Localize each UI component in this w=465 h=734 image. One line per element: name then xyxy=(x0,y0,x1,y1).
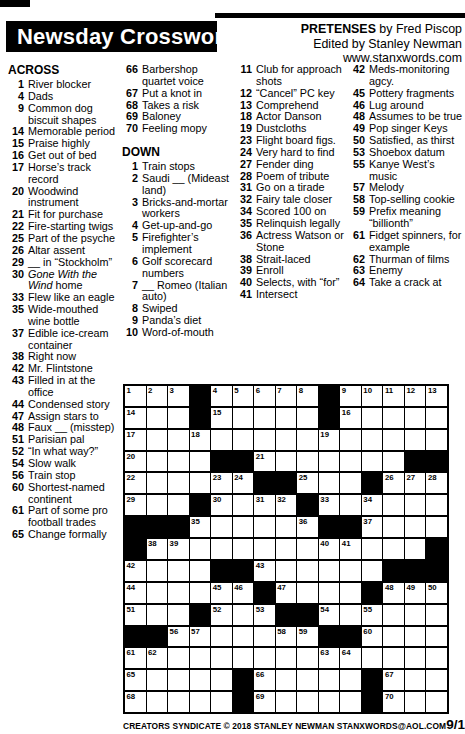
grid-cell[interactable] xyxy=(340,692,361,712)
grid-cell[interactable] xyxy=(383,539,404,559)
grid-cell[interactable]: 54 xyxy=(319,605,340,625)
clue-number: 5 xyxy=(122,232,138,256)
grid-cell[interactable]: 20 xyxy=(125,452,146,472)
grid-cell[interactable]: 63 xyxy=(319,648,340,668)
grid-cell[interactable]: 3 xyxy=(168,386,189,406)
grid-cell[interactable]: 12 xyxy=(405,386,426,406)
grid-cell[interactable]: 46 xyxy=(233,583,254,603)
clue-number: 20 xyxy=(8,186,24,210)
grid-cell[interactable]: 32 xyxy=(276,495,297,515)
grid-cell[interactable]: 28 xyxy=(426,473,447,493)
grid-cell[interactable] xyxy=(168,605,189,625)
clue-column-1: ACROSS1River blocker4Dads9Common dog bis… xyxy=(8,64,120,541)
grid-cell[interactable] xyxy=(190,648,211,668)
grid-cell[interactable]: 8 xyxy=(297,386,318,406)
grid-cell[interactable] xyxy=(168,561,189,581)
black-cell xyxy=(340,517,361,537)
grid-cell[interactable]: 40 xyxy=(319,539,340,559)
clue-number: 55 xyxy=(349,159,365,183)
grid-cell[interactable] xyxy=(147,692,168,712)
black-cell xyxy=(405,561,426,581)
cell-number: 32 xyxy=(277,495,286,504)
black-cell xyxy=(254,473,275,493)
grid-cell[interactable] xyxy=(233,430,254,450)
grid-cell[interactable]: 60 xyxy=(362,627,383,647)
grid-cell[interactable]: 2 xyxy=(147,386,168,406)
grid-cell[interactable] xyxy=(276,452,297,472)
grid-cell[interactable]: 45 xyxy=(211,583,232,603)
grid-cell[interactable] xyxy=(426,517,447,537)
grid-cell[interactable]: 26 xyxy=(383,473,404,493)
cell-number: 15 xyxy=(213,408,222,417)
black-cell xyxy=(340,627,361,647)
grid-cell[interactable] xyxy=(426,648,447,668)
grid-cell[interactable]: 22 xyxy=(125,473,146,493)
clue-item: 7__ Romeo (Italian auto) xyxy=(122,280,232,304)
grid-cell[interactable] xyxy=(405,517,426,537)
grid-cell[interactable] xyxy=(147,605,168,625)
grid-cell[interactable] xyxy=(276,539,297,559)
grid-cell[interactable]: 50 xyxy=(426,583,447,603)
grid-cell[interactable] xyxy=(254,517,275,537)
black-cell xyxy=(254,583,275,603)
grid-cell[interactable] xyxy=(276,648,297,668)
grid-cell[interactable] xyxy=(276,430,297,450)
grid-cell[interactable] xyxy=(426,605,447,625)
grid-cell[interactable]: 4 xyxy=(211,386,232,406)
clue-number: 42 xyxy=(349,64,365,88)
grid-cell[interactable]: 30 xyxy=(211,495,232,515)
grid-cell[interactable]: 14 xyxy=(125,408,146,428)
cell-number: 22 xyxy=(127,473,136,482)
cell-number: 30 xyxy=(213,495,222,504)
clue-item: 66Barbershop quartet voice xyxy=(122,64,232,88)
grid-cell[interactable]: 39 xyxy=(168,539,189,559)
clue-number: 17 xyxy=(8,162,24,186)
grid-cell[interactable] xyxy=(211,648,232,668)
grid-cell[interactable] xyxy=(297,670,318,690)
clue-number: 9 xyxy=(8,103,24,127)
cell-number: 69 xyxy=(256,692,265,701)
puzzle-title-line: PRETENSES by Fred Piscop xyxy=(301,22,462,37)
grid-cell[interactable]: 25 xyxy=(297,473,318,493)
grid-cell[interactable] xyxy=(168,495,189,515)
grid-cell[interactable] xyxy=(405,430,426,450)
grid-cell[interactable]: 10 xyxy=(362,386,383,406)
grid-cell[interactable]: 1 xyxy=(125,386,146,406)
grid-cell[interactable]: 65 xyxy=(125,670,146,690)
clue-item: 61Fidget spinners, for example xyxy=(349,230,463,254)
black-cell xyxy=(362,473,383,493)
grid-cell[interactable]: 48 xyxy=(383,583,404,603)
grid-cell[interactable] xyxy=(211,670,232,690)
grid-cell[interactable]: 57 xyxy=(190,627,211,647)
grid-cell[interactable] xyxy=(340,495,361,515)
grid-cell[interactable]: 66 xyxy=(254,670,275,690)
grid-cell[interactable] xyxy=(383,408,404,428)
grid-cell[interactable] xyxy=(211,517,232,537)
grid-cell[interactable] xyxy=(168,648,189,668)
grid-cell[interactable]: 61 xyxy=(125,648,146,668)
grid-cell[interactable] xyxy=(362,408,383,428)
clue-item: 37Edible ice-cream container xyxy=(8,328,120,352)
grid-cell[interactable] xyxy=(147,670,168,690)
grid-cell[interactable] xyxy=(383,605,404,625)
clue-number: 60 xyxy=(8,482,24,506)
black-cell xyxy=(383,561,404,581)
grid-cell[interactable]: 67 xyxy=(383,670,404,690)
grid-cell[interactable]: 17 xyxy=(125,430,146,450)
clue-item: 70Feeling mopy xyxy=(122,123,232,135)
grid-cell[interactable] xyxy=(297,408,318,428)
grid-cell[interactable]: 56 xyxy=(168,627,189,647)
grid-cell[interactable] xyxy=(297,452,318,472)
grid-cell[interactable] xyxy=(190,561,211,581)
grid-cell[interactable] xyxy=(168,473,189,493)
grid-cell[interactable]: 19 xyxy=(319,430,340,450)
grid-cell[interactable] xyxy=(168,408,189,428)
grid-cell[interactable]: 11 xyxy=(383,386,404,406)
grid-cell[interactable] xyxy=(405,495,426,515)
black-cell xyxy=(362,692,383,712)
clue-text: __ Romeo (Italian auto) xyxy=(142,280,232,304)
clue-item: 35Wide-mouthed wine bottle xyxy=(8,304,120,328)
grid-cell[interactable] xyxy=(297,539,318,559)
grid-cell[interactable] xyxy=(147,408,168,428)
grid-cell[interactable] xyxy=(147,561,168,581)
grid-cell[interactable] xyxy=(340,561,361,581)
grid-cell[interactable] xyxy=(426,627,447,647)
grid-cell[interactable] xyxy=(254,648,275,668)
clue-text: Actress Watson or Stone xyxy=(256,230,347,254)
grid-cell[interactable]: 23 xyxy=(211,473,232,493)
grid-cell[interactable] xyxy=(254,627,275,647)
grid-cell[interactable] xyxy=(319,473,340,493)
grid-cell[interactable] xyxy=(190,692,211,712)
cell-number: 11 xyxy=(385,386,393,395)
grid-cell[interactable] xyxy=(147,473,168,493)
grid-cell[interactable] xyxy=(190,452,211,472)
cell-number: 62 xyxy=(148,648,157,657)
black-cell xyxy=(362,670,383,690)
clue-number: 10 xyxy=(122,327,138,339)
grid-cell[interactable]: 47 xyxy=(276,583,297,603)
grid-cell[interactable] xyxy=(211,627,232,647)
grid-cell[interactable] xyxy=(297,648,318,668)
grid-cell[interactable]: 9 xyxy=(340,386,361,406)
grid-cell[interactable]: 18 xyxy=(190,430,211,450)
grid-cell[interactable] xyxy=(297,561,318,581)
grid-cell[interactable]: 37 xyxy=(362,517,383,537)
clue-number: 44 xyxy=(8,399,24,411)
cell-number: 51 xyxy=(127,605,136,614)
grid-cell[interactable] xyxy=(340,605,361,625)
grid-cell[interactable]: 69 xyxy=(254,692,275,712)
grid-cell[interactable] xyxy=(405,692,426,712)
grid-cell[interactable]: 24 xyxy=(233,473,254,493)
cell-number: 50 xyxy=(428,583,437,592)
grid-cell[interactable] xyxy=(405,539,426,559)
grid-cell[interactable] xyxy=(383,648,404,668)
black-cell xyxy=(147,627,168,647)
grid-cell[interactable] xyxy=(426,408,447,428)
grid-cell[interactable] xyxy=(190,670,211,690)
clue-text: Intersect xyxy=(256,289,347,301)
grid-cell[interactable]: 44 xyxy=(125,583,146,603)
cell-number: 61 xyxy=(127,648,136,657)
cell-number: 5 xyxy=(234,386,238,395)
grid-cell[interactable] xyxy=(362,648,383,668)
grid-cell[interactable]: 33 xyxy=(319,495,340,515)
grid-cell[interactable] xyxy=(211,692,232,712)
cell-number: 70 xyxy=(385,692,394,701)
grid-cell[interactable] xyxy=(168,670,189,690)
grid-cell[interactable]: 55 xyxy=(362,605,383,625)
cell-number: 8 xyxy=(299,386,303,395)
masthead: Newsday Crossword xyxy=(6,21,217,52)
grid-cell[interactable] xyxy=(297,692,318,712)
grid-cell[interactable]: 58 xyxy=(276,627,297,647)
grid-cell[interactable] xyxy=(319,561,340,581)
clue-item: 60Shortest-named continent xyxy=(8,482,120,506)
grid-cell[interactable] xyxy=(211,430,232,450)
grid-cell[interactable] xyxy=(233,648,254,668)
cell-number: 42 xyxy=(127,561,136,570)
grid-cell[interactable]: 53 xyxy=(254,605,275,625)
grid-cell[interactable] xyxy=(340,670,361,690)
clue-item: 42Meds-monitoring agcy. xyxy=(349,64,463,88)
grid-cell[interactable] xyxy=(383,430,404,450)
clue-number: 70 xyxy=(122,123,138,135)
puzzle-editor: Edited by Stanley Newman xyxy=(301,37,462,52)
black-cell xyxy=(125,627,146,647)
cell-number: 14 xyxy=(127,408,136,417)
grid-cell[interactable] xyxy=(254,430,275,450)
grid-cell[interactable] xyxy=(362,539,383,559)
clue-number: 67 xyxy=(122,88,138,100)
grid-cell[interactable]: 31 xyxy=(254,495,275,515)
grid-cell[interactable] xyxy=(340,583,361,603)
grid-cell[interactable] xyxy=(405,408,426,428)
black-cell xyxy=(190,605,211,625)
grid-cell[interactable] xyxy=(211,539,232,559)
cell-number: 13 xyxy=(428,386,437,395)
grid-cell[interactable] xyxy=(383,517,404,537)
clue-text: Change formally xyxy=(28,529,120,541)
clue-number: 11 xyxy=(236,64,252,88)
grid-cell[interactable] xyxy=(405,605,426,625)
clue-number: 6 xyxy=(122,256,138,280)
cell-number: 45 xyxy=(213,583,222,592)
clue-item: 10Word-of-mouth xyxy=(122,327,232,339)
grid-cell[interactable] xyxy=(147,430,168,450)
grid-cell[interactable] xyxy=(233,408,254,428)
grid-cell[interactable] xyxy=(190,539,211,559)
cell-number: 56 xyxy=(170,627,179,636)
grid-cell[interactable] xyxy=(383,627,404,647)
grid-cell[interactable] xyxy=(319,692,340,712)
grid-cell[interactable] xyxy=(426,495,447,515)
grid-cell[interactable] xyxy=(147,583,168,603)
cell-number: 63 xyxy=(320,648,329,657)
across-header: ACROSS xyxy=(8,64,120,77)
grid-cell[interactable] xyxy=(362,561,383,581)
clue-text: Word-of-mouth xyxy=(142,327,232,339)
clue-item: 59Prefix meaning “billionth” xyxy=(349,206,463,230)
cell-number: 35 xyxy=(191,517,200,526)
grid-cell[interactable] xyxy=(254,408,275,428)
cell-number: 68 xyxy=(127,692,136,701)
grid-cell[interactable]: 42 xyxy=(125,561,146,581)
grid-cell[interactable] xyxy=(405,627,426,647)
grid-cell[interactable] xyxy=(276,408,297,428)
grid-cell[interactable]: 68 xyxy=(125,692,146,712)
grid-cell[interactable]: 43 xyxy=(254,561,275,581)
grid-cell[interactable] xyxy=(297,583,318,603)
grid-cell[interactable] xyxy=(362,452,383,472)
down-header: DOWN xyxy=(122,146,232,159)
cell-number: 38 xyxy=(148,539,157,548)
clue-item: 55Kanye West’s music xyxy=(349,159,463,183)
grid-cell[interactable]: 15 xyxy=(211,408,232,428)
grid-cell[interactable] xyxy=(426,692,447,712)
grid-cell[interactable] xyxy=(340,473,361,493)
grid-cell[interactable] xyxy=(405,670,426,690)
clue-number: 64 xyxy=(349,277,365,289)
clue-item: 6Golf scorecard numbers xyxy=(122,256,232,280)
grid-cell[interactable] xyxy=(276,517,297,537)
clue-number: 41 xyxy=(236,289,252,301)
cell-number: 9 xyxy=(342,386,346,395)
clue-item: 3Bricks-and-mortar workers xyxy=(122,197,232,221)
clue-text: Golf scorecard numbers xyxy=(142,256,232,280)
black-cell xyxy=(362,583,383,603)
cell-number: 24 xyxy=(234,473,243,482)
grid-cell[interactable] xyxy=(168,452,189,472)
cell-number: 21 xyxy=(256,452,265,461)
clue-text: Feeling mopy xyxy=(142,123,232,135)
clue-text: Gone With the Wind home xyxy=(28,269,120,293)
clue-item: 9Common dog biscuit shapes xyxy=(8,103,120,127)
grid-cell[interactable]: 5 xyxy=(233,386,254,406)
cell-number: 25 xyxy=(299,473,308,482)
grid-cell[interactable] xyxy=(276,561,297,581)
grid-cell[interactable] xyxy=(297,430,318,450)
grid-cell[interactable]: 70 xyxy=(383,692,404,712)
black-cell xyxy=(297,495,318,515)
cell-number: 57 xyxy=(191,627,200,636)
grid-cell[interactable] xyxy=(319,452,340,472)
cell-number: 23 xyxy=(213,473,222,482)
grid-cell[interactable] xyxy=(319,670,340,690)
grid-cell[interactable]: 13 xyxy=(426,386,447,406)
grid-cell[interactable]: 38 xyxy=(147,539,168,559)
black-cell xyxy=(405,452,426,472)
clue-number: 56 xyxy=(8,470,24,482)
grid-cell[interactable]: 64 xyxy=(340,648,361,668)
grid-cell[interactable] xyxy=(233,627,254,647)
grid-cell[interactable]: 49 xyxy=(405,583,426,603)
grid-cell[interactable] xyxy=(147,452,168,472)
grid-cell[interactable] xyxy=(319,583,340,603)
crossword-grid: 1234567891011121314151617181920212223242… xyxy=(123,384,449,714)
cell-number: 4 xyxy=(213,386,217,395)
clue-text: Horse’s track record xyxy=(28,162,120,186)
cell-number: 34 xyxy=(363,495,372,504)
grid-cell[interactable] xyxy=(383,452,404,472)
cell-number: 17 xyxy=(127,430,136,439)
cell-number: 10 xyxy=(363,386,372,395)
clue-item: 41Intersect xyxy=(236,289,347,301)
footer: CREATORS SYNDICATE © 2018 STANLEY NEWMAN… xyxy=(123,717,463,732)
grid-cell[interactable]: 29 xyxy=(125,495,146,515)
grid-cell[interactable]: 62 xyxy=(147,648,168,668)
grid-cell[interactable]: 41 xyxy=(340,539,361,559)
grid-cell[interactable] xyxy=(383,495,404,515)
grid-cell[interactable] xyxy=(168,583,189,603)
cell-number: 49 xyxy=(406,583,415,592)
clue-text: Fidget spinners, for example xyxy=(369,230,463,254)
grid-cell[interactable] xyxy=(426,670,447,690)
grid-cell[interactable] xyxy=(233,605,254,625)
grid-cell[interactable] xyxy=(405,648,426,668)
black-cell xyxy=(190,408,211,428)
grid-cell[interactable] xyxy=(340,430,361,450)
grid-cell[interactable]: 35 xyxy=(190,517,211,537)
grid-cell[interactable]: 59 xyxy=(297,627,318,647)
black-cell xyxy=(233,452,254,472)
grid-cell[interactable] xyxy=(233,517,254,537)
black-cell xyxy=(233,561,254,581)
grid-cell[interactable] xyxy=(276,670,297,690)
clue-item: 65Change formally xyxy=(8,529,120,541)
grid-cell[interactable]: 52 xyxy=(211,605,232,625)
grid-cell[interactable]: 36 xyxy=(297,517,318,537)
black-cell xyxy=(426,561,447,581)
grid-cell[interactable] xyxy=(340,452,361,472)
grid-cell[interactable] xyxy=(147,495,168,515)
black-cell xyxy=(233,692,254,712)
cell-number: 1 xyxy=(127,386,131,395)
grid-cell[interactable]: 21 xyxy=(254,452,275,472)
grid-cell[interactable] xyxy=(276,692,297,712)
grid-cell[interactable]: 27 xyxy=(405,473,426,493)
clue-text: Wide-mouthed wine bottle xyxy=(28,304,120,328)
grid-cell[interactable]: 6 xyxy=(254,386,275,406)
grid-cell[interactable] xyxy=(168,430,189,450)
grid-cell[interactable] xyxy=(362,430,383,450)
grid-cell[interactable]: 51 xyxy=(125,605,146,625)
clue-text: Edible ice-cream container xyxy=(28,328,120,352)
masthead-title: Newsday Crossword xyxy=(17,24,237,50)
grid-cell[interactable] xyxy=(426,430,447,450)
grid-cell[interactable] xyxy=(190,583,211,603)
cell-number: 67 xyxy=(385,670,394,679)
clue-item: 11Club for approach shots xyxy=(236,64,347,88)
grid-cell[interactable] xyxy=(254,539,275,559)
grid-cell[interactable]: 7 xyxy=(276,386,297,406)
grid-cell[interactable]: 34 xyxy=(362,495,383,515)
clue-item: 1River blocker xyxy=(8,79,120,91)
grid-cell[interactable]: 16 xyxy=(340,408,361,428)
grid-cell[interactable] xyxy=(168,692,189,712)
syndicate-credit: CREATORS SYNDICATE © 2018 STANLEY NEWMAN… xyxy=(123,721,446,731)
grid-cell[interactable] xyxy=(233,539,254,559)
black-cell xyxy=(147,517,168,537)
grid-cell[interactable] xyxy=(233,495,254,515)
clue-text: Firefighter’s implement xyxy=(142,232,232,256)
grid-cell[interactable] xyxy=(190,473,211,493)
